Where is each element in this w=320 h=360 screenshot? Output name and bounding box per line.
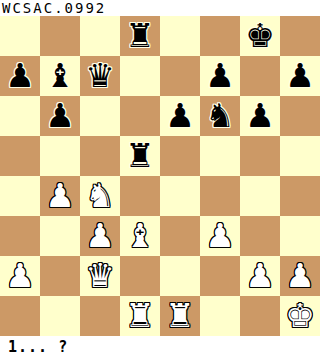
square-h7[interactable]: ♟ <box>280 56 320 96</box>
square-g6[interactable]: ♟ <box>240 96 280 136</box>
piece-white-pawn[interactable]: ♟ <box>285 256 315 296</box>
piece-black-pawn[interactable]: ♟ <box>45 96 75 136</box>
square-a6[interactable] <box>0 96 40 136</box>
piece-black-bishop[interactable]: ♝ <box>45 56 75 96</box>
square-f5[interactable] <box>200 136 240 176</box>
square-c6[interactable] <box>80 96 120 136</box>
square-a8[interactable] <box>0 16 40 56</box>
piece-black-queen[interactable]: ♛ <box>85 56 115 96</box>
square-h5[interactable] <box>280 136 320 176</box>
square-d5[interactable]: ♜ <box>120 136 160 176</box>
piece-black-rook[interactable]: ♜ <box>125 16 155 56</box>
piece-black-pawn[interactable]: ♟ <box>165 96 195 136</box>
square-f8[interactable] <box>200 16 240 56</box>
square-b8[interactable] <box>40 16 80 56</box>
square-h8[interactable] <box>280 16 320 56</box>
piece-white-pawn[interactable]: ♟ <box>5 256 35 296</box>
square-h2[interactable]: ♟ <box>280 256 320 296</box>
square-f6[interactable]: ♞ <box>200 96 240 136</box>
piece-black-knight[interactable]: ♞ <box>205 96 235 136</box>
square-e8[interactable] <box>160 16 200 56</box>
square-f2[interactable] <box>200 256 240 296</box>
square-g3[interactable] <box>240 216 280 256</box>
square-f7[interactable]: ♟ <box>200 56 240 96</box>
piece-black-rook[interactable]: ♜ <box>125 136 155 176</box>
piece-white-pawn[interactable]: ♟ <box>205 216 235 256</box>
square-f1[interactable] <box>200 296 240 336</box>
piece-white-king[interactable]: ♚ <box>285 296 315 336</box>
square-c7[interactable]: ♛ <box>80 56 120 96</box>
square-a1[interactable] <box>0 296 40 336</box>
piece-white-rook[interactable]: ♜ <box>125 296 155 336</box>
piece-black-pawn[interactable]: ♟ <box>245 96 275 136</box>
square-a2[interactable]: ♟ <box>0 256 40 296</box>
square-g8[interactable]: ♚ <box>240 16 280 56</box>
square-c1[interactable] <box>80 296 120 336</box>
square-d2[interactable] <box>120 256 160 296</box>
square-c3[interactable]: ♟ <box>80 216 120 256</box>
puzzle-title: WCSAC.0992 <box>2 0 106 16</box>
square-c8[interactable] <box>80 16 120 56</box>
piece-white-bishop[interactable]: ♝ <box>125 216 155 256</box>
square-e5[interactable] <box>160 136 200 176</box>
square-g4[interactable] <box>240 176 280 216</box>
square-g2[interactable]: ♟ <box>240 256 280 296</box>
square-h3[interactable] <box>280 216 320 256</box>
square-b7[interactable]: ♝ <box>40 56 80 96</box>
square-a3[interactable] <box>0 216 40 256</box>
chess-program-screen: WCSAC.0992 ♜♚♟♝♛♟♟♟♟♞♟♜♟♞♟♝♟♟♛♟♟♜♜♚ 1...… <box>0 0 320 360</box>
square-b1[interactable] <box>40 296 80 336</box>
square-h1[interactable]: ♚ <box>280 296 320 336</box>
square-g7[interactable] <box>240 56 280 96</box>
square-g1[interactable] <box>240 296 280 336</box>
piece-black-king[interactable]: ♚ <box>245 16 275 56</box>
square-b4[interactable]: ♟ <box>40 176 80 216</box>
piece-white-pawn[interactable]: ♟ <box>245 256 275 296</box>
square-e6[interactable]: ♟ <box>160 96 200 136</box>
square-d3[interactable]: ♝ <box>120 216 160 256</box>
piece-black-pawn[interactable]: ♟ <box>205 56 235 96</box>
move-prompt: 1... ? <box>8 338 68 356</box>
square-b2[interactable] <box>40 256 80 296</box>
square-c5[interactable] <box>80 136 120 176</box>
square-h6[interactable] <box>280 96 320 136</box>
square-f4[interactable] <box>200 176 240 216</box>
square-b6[interactable]: ♟ <box>40 96 80 136</box>
square-b5[interactable] <box>40 136 80 176</box>
square-g5[interactable] <box>240 136 280 176</box>
square-d7[interactable] <box>120 56 160 96</box>
piece-white-pawn[interactable]: ♟ <box>85 216 115 256</box>
square-e3[interactable] <box>160 216 200 256</box>
square-f3[interactable]: ♟ <box>200 216 240 256</box>
square-d1[interactable]: ♜ <box>120 296 160 336</box>
piece-white-queen[interactable]: ♛ <box>85 256 115 296</box>
square-d8[interactable]: ♜ <box>120 16 160 56</box>
square-a7[interactable]: ♟ <box>0 56 40 96</box>
square-c4[interactable]: ♞ <box>80 176 120 216</box>
square-e2[interactable] <box>160 256 200 296</box>
square-e7[interactable] <box>160 56 200 96</box>
square-e1[interactable]: ♜ <box>160 296 200 336</box>
square-h4[interactable] <box>280 176 320 216</box>
square-c2[interactable]: ♛ <box>80 256 120 296</box>
square-d4[interactable] <box>120 176 160 216</box>
piece-white-knight[interactable]: ♞ <box>85 176 115 216</box>
square-a5[interactable] <box>0 136 40 176</box>
square-e4[interactable] <box>160 176 200 216</box>
chess-board: ♜♚♟♝♛♟♟♟♟♞♟♜♟♞♟♝♟♟♛♟♟♜♜♚ <box>0 16 320 336</box>
piece-white-rook[interactable]: ♜ <box>165 296 195 336</box>
piece-black-pawn[interactable]: ♟ <box>5 56 35 96</box>
square-b3[interactable] <box>40 216 80 256</box>
piece-black-pawn[interactable]: ♟ <box>285 56 315 96</box>
piece-white-pawn[interactable]: ♟ <box>45 176 75 216</box>
square-a4[interactable] <box>0 176 40 216</box>
square-d6[interactable] <box>120 96 160 136</box>
